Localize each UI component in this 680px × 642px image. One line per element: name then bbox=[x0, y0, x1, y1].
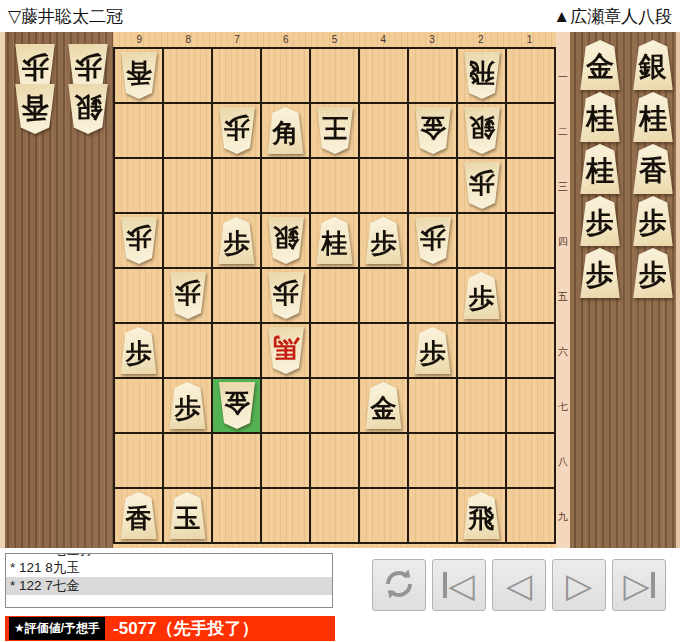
rank-label-七: 七 bbox=[556, 379, 570, 434]
sente-piece-歩: 歩 bbox=[216, 217, 258, 264]
square-7四: 歩 bbox=[213, 214, 260, 267]
sente-piece-歩: 歩 bbox=[577, 196, 623, 248]
square-1八 bbox=[507, 434, 554, 487]
prev-button[interactable]: ◁ bbox=[492, 559, 546, 611]
square-9二 bbox=[115, 104, 162, 157]
square-2一: 飛 bbox=[458, 49, 505, 102]
sente-piece-銀: 銀 bbox=[630, 40, 676, 92]
square-5四: 桂 bbox=[311, 214, 358, 267]
square-6六: 馬 bbox=[262, 324, 309, 377]
gote-piece-歩: 歩 bbox=[65, 44, 111, 84]
gote-piece-歩: 歩 bbox=[167, 272, 209, 319]
square-4六 bbox=[360, 324, 407, 377]
square-6七 bbox=[262, 379, 309, 432]
square-1四 bbox=[507, 214, 554, 267]
square-3九 bbox=[409, 489, 456, 542]
square-5七 bbox=[311, 379, 358, 432]
sente-piece-香: 香 bbox=[630, 144, 676, 196]
move-list-item-2[interactable]: * 122 7七金 bbox=[6, 577, 332, 595]
file-label-9: 9 bbox=[115, 32, 164, 47]
square-4三 bbox=[360, 159, 407, 212]
gote-piece-王: 王 bbox=[314, 107, 356, 154]
rank-label-四: 四 bbox=[556, 214, 570, 269]
board-grid: 香飛歩角王金銀歩歩歩銀桂歩歩歩歩歩歩馬歩歩金金香玉飛 bbox=[113, 47, 556, 544]
last-button[interactable]: ▷ bbox=[612, 559, 666, 611]
square-2五: 歩 bbox=[458, 269, 505, 322]
sente-piece-歩: 歩 bbox=[461, 272, 503, 319]
square-6三 bbox=[262, 159, 309, 212]
square-1五 bbox=[507, 269, 554, 322]
square-4二 bbox=[360, 104, 407, 157]
square-4八 bbox=[360, 434, 407, 487]
square-5五 bbox=[311, 269, 358, 322]
rank-label-五: 五 bbox=[556, 269, 570, 324]
file-label-4: 4 bbox=[359, 32, 408, 47]
square-1一 bbox=[507, 49, 554, 102]
square-3五 bbox=[409, 269, 456, 322]
refresh-icon bbox=[381, 566, 417, 605]
gote-piece-歩: 歩 bbox=[118, 217, 160, 264]
square-5一 bbox=[311, 49, 358, 102]
sente-captured-tray: 金銀桂桂桂香歩歩歩歩 bbox=[570, 32, 680, 548]
rank-label-九: 九 bbox=[556, 489, 570, 544]
player-header: ▽藤井聡太二冠 ▲広瀬章人八段 bbox=[0, 3, 680, 31]
gote-piece-金: 金 bbox=[412, 107, 454, 154]
square-7六 bbox=[213, 324, 260, 377]
square-5九 bbox=[311, 489, 358, 542]
sente-piece-角: 角 bbox=[265, 107, 307, 154]
square-4四: 歩 bbox=[360, 214, 407, 267]
sente-piece-桂: 桂 bbox=[577, 92, 623, 144]
rank-coordinates: 一二三四五六七八九 bbox=[556, 32, 570, 548]
rank-label-八: 八 bbox=[556, 434, 570, 489]
sente-piece-桂: 桂 bbox=[314, 217, 356, 264]
playback-controls: ◁◁▷▷ bbox=[372, 559, 666, 611]
rank-label-六: 六 bbox=[556, 324, 570, 379]
sente-piece-金: 金 bbox=[577, 40, 623, 92]
square-8五: 歩 bbox=[164, 269, 211, 322]
skip-to-last-icon: ▷ bbox=[623, 568, 649, 602]
gote-piece-馬-promoted: 馬 bbox=[265, 327, 307, 374]
square-5二: 王 bbox=[311, 104, 358, 157]
bar-glyph bbox=[443, 572, 447, 598]
sente-piece-歩: 歩 bbox=[630, 196, 676, 248]
sente-piece-玉: 玉 bbox=[167, 492, 209, 539]
evaluation-bar: ★評価値/予想手 -5077（先手投了） bbox=[5, 616, 335, 641]
square-8九: 玉 bbox=[164, 489, 211, 542]
file-label-7: 7 bbox=[213, 32, 262, 47]
square-2九: 飛 bbox=[458, 489, 505, 542]
square-8一 bbox=[164, 49, 211, 102]
square-9八 bbox=[115, 434, 162, 487]
sente-piece-歩: 歩 bbox=[412, 327, 454, 374]
skip-to-first-icon: ◁ bbox=[448, 568, 474, 602]
rank-label-二: 二 bbox=[556, 104, 570, 159]
square-7二: 歩 bbox=[213, 104, 260, 157]
square-2八 bbox=[458, 434, 505, 487]
file-label-5: 5 bbox=[310, 32, 359, 47]
square-7八 bbox=[213, 434, 260, 487]
square-6一 bbox=[262, 49, 309, 102]
gote-piece-歩: 歩 bbox=[412, 217, 454, 264]
square-6五: 歩 bbox=[262, 269, 309, 322]
square-4七: 金 bbox=[360, 379, 407, 432]
square-6二: 角 bbox=[262, 104, 309, 157]
file-label-3: 3 bbox=[408, 32, 457, 47]
shogi-viewer: ▽藤井聡太二冠 ▲広瀬章人八段 歩歩香銀 987654321 香飛歩角王金銀歩歩… bbox=[0, 0, 680, 642]
sente-piece-桂: 桂 bbox=[630, 92, 676, 144]
gote-piece-歩: 歩 bbox=[461, 162, 503, 209]
file-coordinates: 987654321 bbox=[115, 32, 554, 47]
square-9九: 香 bbox=[115, 489, 162, 542]
previous-icon: ◁ bbox=[506, 568, 532, 602]
square-2二: 銀 bbox=[458, 104, 505, 157]
square-8六 bbox=[164, 324, 211, 377]
gote-piece-歩: 歩 bbox=[216, 107, 258, 154]
move-list[interactable]: * 120 8七金打* 121 8九玉* 122 7七金 bbox=[5, 553, 333, 608]
square-6四: 銀 bbox=[262, 214, 309, 267]
square-2三: 歩 bbox=[458, 159, 505, 212]
square-3七 bbox=[409, 379, 456, 432]
file-label-1: 1 bbox=[505, 32, 554, 47]
square-2四 bbox=[458, 214, 505, 267]
board-table: 歩歩香銀 987654321 香飛歩角王金銀歩歩歩銀桂歩歩歩歩歩歩馬歩歩金金香玉… bbox=[0, 32, 680, 548]
evaluation-label: ★評価値/予想手 bbox=[9, 617, 105, 640]
refresh-button[interactable] bbox=[372, 559, 426, 611]
bar-glyph bbox=[651, 572, 655, 598]
square-3八 bbox=[409, 434, 456, 487]
square-3三 bbox=[409, 159, 456, 212]
square-2七 bbox=[458, 379, 505, 432]
move-list-item-1[interactable]: * 121 8九玉 bbox=[6, 559, 332, 577]
square-1二 bbox=[507, 104, 554, 157]
square-1七 bbox=[507, 379, 554, 432]
square-9三 bbox=[115, 159, 162, 212]
square-4一 bbox=[360, 49, 407, 102]
square-3四: 歩 bbox=[409, 214, 456, 267]
square-6九 bbox=[262, 489, 309, 542]
gote-piece-銀: 銀 bbox=[461, 107, 503, 154]
square-8三 bbox=[164, 159, 211, 212]
square-9七 bbox=[115, 379, 162, 432]
file-label-2: 2 bbox=[456, 32, 505, 47]
square-8七: 歩 bbox=[164, 379, 211, 432]
square-8八 bbox=[164, 434, 211, 487]
sente-piece-桂: 桂 bbox=[577, 144, 623, 196]
square-1三 bbox=[507, 159, 554, 212]
shogi-board: 987654321 香飛歩角王金銀歩歩歩銀桂歩歩歩歩歩歩馬歩歩金金香玉飛 bbox=[113, 32, 556, 548]
gote-piece-香: 香 bbox=[12, 84, 58, 124]
file-label-6: 6 bbox=[261, 32, 310, 47]
square-6八 bbox=[262, 434, 309, 487]
sente-player-name: ▲広瀬章人八段 bbox=[553, 5, 672, 28]
gote-piece-香: 香 bbox=[118, 52, 160, 99]
square-9五 bbox=[115, 269, 162, 322]
square-7三 bbox=[213, 159, 260, 212]
square-8四 bbox=[164, 214, 211, 267]
square-5三 bbox=[311, 159, 358, 212]
gote-captured-tray: 歩歩香銀 bbox=[0, 32, 113, 548]
sente-piece-歩: 歩 bbox=[118, 327, 160, 374]
gote-piece-歩: 歩 bbox=[12, 44, 58, 84]
sente-piece-歩: 歩 bbox=[630, 248, 676, 300]
sente-piece-飛: 飛 bbox=[461, 492, 503, 539]
next-icon: ▷ bbox=[566, 568, 592, 602]
square-7九 bbox=[213, 489, 260, 542]
gote-piece-歩: 歩 bbox=[265, 272, 307, 319]
square-1九 bbox=[507, 489, 554, 542]
gote-player-name: ▽藤井聡太二冠 bbox=[8, 5, 123, 28]
square-7五 bbox=[213, 269, 260, 322]
file-label-8: 8 bbox=[164, 32, 213, 47]
square-7一 bbox=[213, 49, 260, 102]
rank-label-三: 三 bbox=[556, 159, 570, 214]
gote-piece-銀: 銀 bbox=[65, 84, 111, 124]
square-3二: 金 bbox=[409, 104, 456, 157]
square-8二 bbox=[164, 104, 211, 157]
square-9一: 香 bbox=[115, 49, 162, 102]
evaluation-value: -5077（先手投了） bbox=[113, 617, 258, 640]
square-3六: 歩 bbox=[409, 324, 456, 377]
sente-piece-歩: 歩 bbox=[167, 382, 209, 429]
square-5八 bbox=[311, 434, 358, 487]
rank-label-一: 一 bbox=[556, 49, 570, 104]
square-1六 bbox=[507, 324, 554, 377]
square-2六 bbox=[458, 324, 505, 377]
square-3一 bbox=[409, 49, 456, 102]
square-4五 bbox=[360, 269, 407, 322]
gote-piece-金: 金 bbox=[216, 382, 258, 429]
gote-piece-飛: 飛 bbox=[461, 52, 503, 99]
square-4九 bbox=[360, 489, 407, 542]
sente-piece-金: 金 bbox=[363, 382, 405, 429]
next-button[interactable]: ▷ bbox=[552, 559, 606, 611]
sente-piece-歩: 歩 bbox=[577, 248, 623, 300]
gote-piece-銀: 銀 bbox=[265, 217, 307, 264]
square-7七: 金 bbox=[213, 379, 260, 432]
square-9六: 歩 bbox=[115, 324, 162, 377]
sente-piece-香: 香 bbox=[118, 492, 160, 539]
sente-piece-歩: 歩 bbox=[363, 217, 405, 264]
square-9四: 歩 bbox=[115, 214, 162, 267]
square-5六 bbox=[311, 324, 358, 377]
first-button[interactable]: ◁ bbox=[432, 559, 486, 611]
